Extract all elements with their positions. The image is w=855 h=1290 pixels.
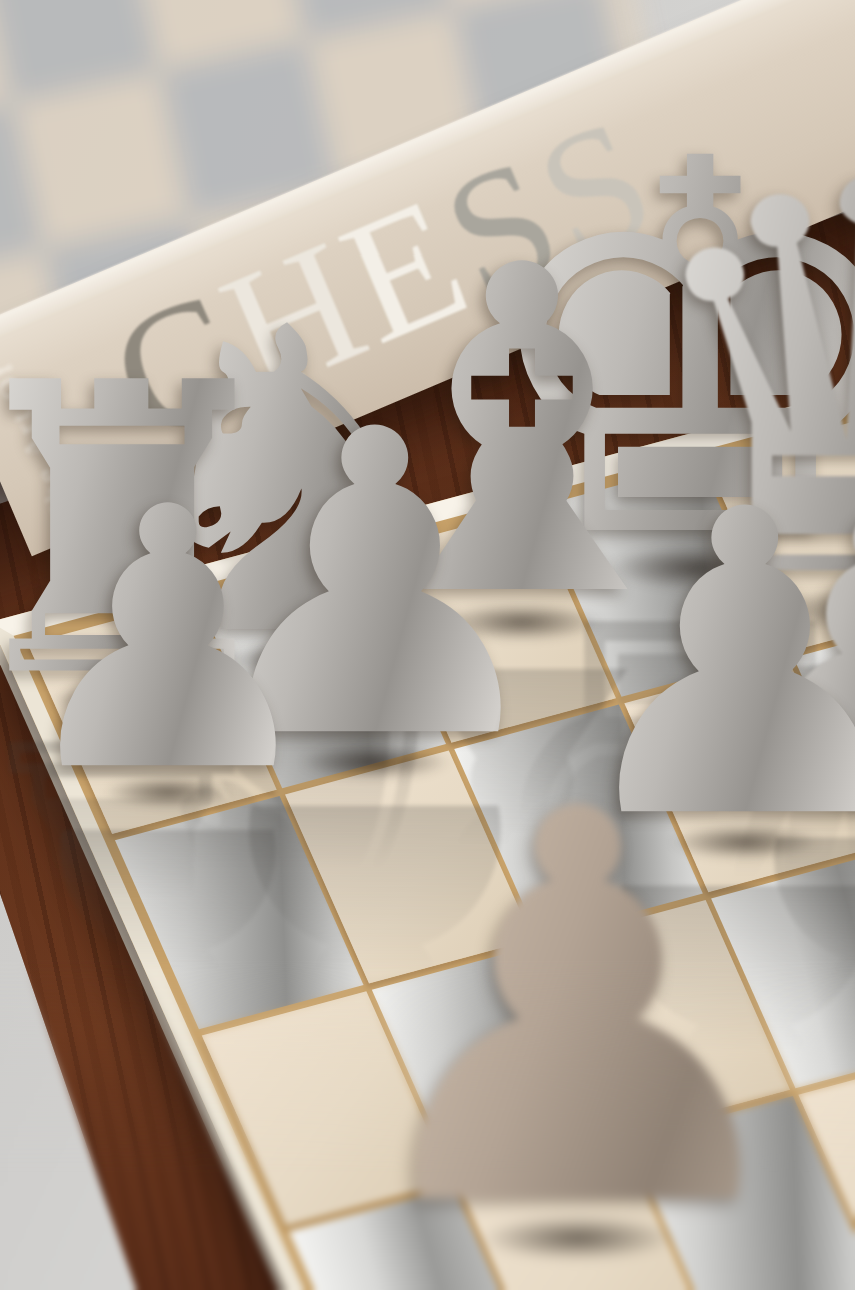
pieces-layer: ♜♜♞♞♝♝♚♚♛♛♟♟♟♟♟♟♟♟♟ [0, 0, 855, 1290]
piece-pawn-c5: ♟ [336, 741, 820, 1281]
pawn-glyph: ♟ [7, 461, 330, 821]
piece-pawn-a7: ♟ [7, 461, 330, 821]
pawn-glyph: ♟ [336, 741, 820, 1281]
photo-canvas: The Art Of CHESS ♜♜♞♞♝♝♚♚♛♛♟♟♟♟♟♟♟♟♟ [0, 0, 855, 1290]
